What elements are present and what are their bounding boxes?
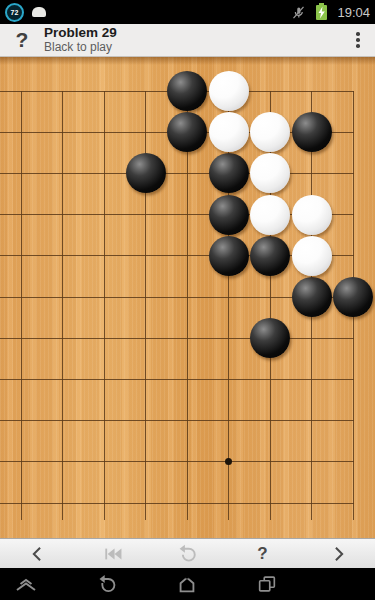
recents-button[interactable]	[245, 568, 289, 600]
page-subtitle: Black to play	[44, 41, 341, 55]
grid-line-vertical	[104, 91, 105, 520]
hint-label: ?	[257, 544, 267, 564]
mute-icon	[291, 5, 306, 20]
grid-line-horizontal	[0, 379, 354, 380]
prev-move-button[interactable]	[0, 539, 75, 568]
back-arrow-icon	[96, 573, 118, 595]
white-stone	[250, 195, 290, 235]
hint-button[interactable]: ?	[225, 539, 300, 568]
white-stone	[292, 236, 332, 276]
next-move-button[interactable]	[300, 539, 375, 568]
action-bar: ? Problem 29 Black to play	[0, 24, 375, 57]
undo-button[interactable]	[150, 539, 225, 568]
black-stone	[167, 71, 207, 111]
game-toolbar: ?	[0, 538, 375, 568]
home-icon	[176, 573, 198, 595]
titles: Problem 29 Black to play	[44, 25, 341, 54]
grid-line-vertical	[21, 91, 22, 520]
grid-line-vertical	[62, 91, 63, 520]
android-notification-icon	[32, 7, 46, 17]
black-stone	[209, 153, 249, 193]
black-stone	[250, 318, 290, 358]
white-stone	[250, 112, 290, 152]
white-stone	[209, 71, 249, 111]
page-title: Problem 29	[44, 25, 341, 41]
chevron-right-icon	[328, 544, 348, 564]
home-button[interactable]	[165, 568, 209, 600]
black-stone	[292, 112, 332, 152]
black-stone	[333, 277, 373, 317]
grid-line-vertical	[187, 91, 188, 520]
clock: 19:04	[337, 5, 370, 20]
grid-line-horizontal	[0, 338, 354, 339]
white-stone	[250, 153, 290, 193]
status-bar-left: 72	[5, 3, 46, 22]
status-bar-right: 19:04	[291, 5, 370, 20]
android-nav-bar	[0, 568, 375, 600]
recent-apps-icon	[256, 573, 278, 595]
grid-line-horizontal	[0, 461, 354, 462]
grid-line-horizontal	[0, 503, 354, 504]
grid-line-horizontal	[0, 173, 354, 174]
undo-arrow-icon	[177, 543, 198, 564]
small-apps-button[interactable]	[4, 568, 48, 600]
black-stone	[209, 195, 249, 235]
skip-to-start-button[interactable]	[75, 539, 150, 568]
black-stone	[250, 236, 290, 276]
double-chevron-up-icon	[14, 574, 38, 594]
star-point	[225, 458, 232, 465]
app-screen: 72 19:04 ? Problem 29 Black to play	[0, 0, 375, 600]
battery-charging-icon	[316, 5, 327, 20]
black-stone	[126, 153, 166, 193]
status-bar: 72 19:04	[0, 0, 375, 24]
rewind-to-start-icon	[103, 546, 123, 562]
problem-icon: ?	[0, 28, 44, 52]
white-stone	[292, 195, 332, 235]
back-button[interactable]	[85, 568, 129, 600]
overflow-menu-button[interactable]	[341, 24, 375, 57]
chevron-left-icon	[28, 544, 48, 564]
black-stone	[292, 277, 332, 317]
go-board[interactable]	[0, 57, 375, 538]
notification-badge: 72	[5, 3, 24, 22]
black-stone	[209, 236, 249, 276]
grid-line-horizontal	[0, 420, 354, 421]
white-stone	[209, 112, 249, 152]
black-stone	[167, 112, 207, 152]
